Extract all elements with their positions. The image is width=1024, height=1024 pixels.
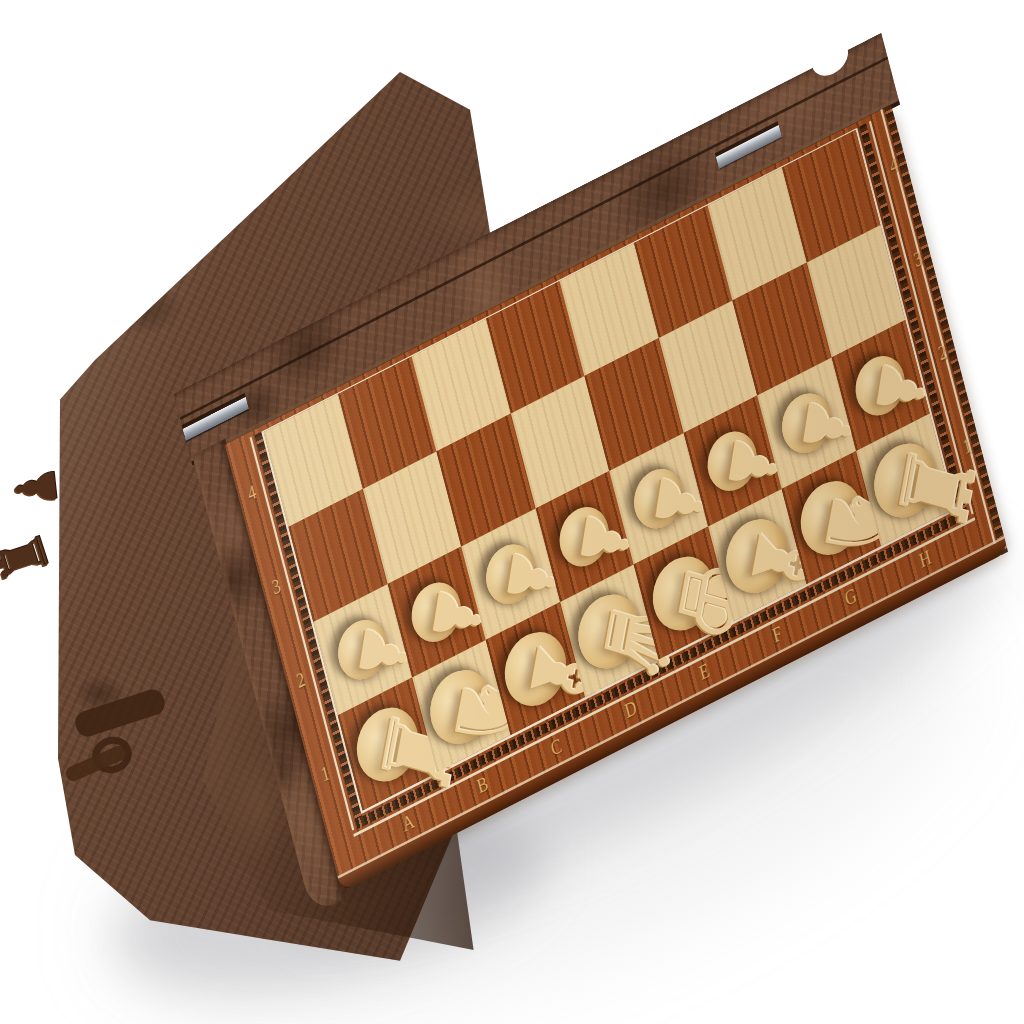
hinge bbox=[183, 397, 249, 441]
file-label-d: D bbox=[623, 697, 639, 722]
rank-label-4: 4 bbox=[245, 481, 257, 504]
rank-label-3: 3 bbox=[270, 575, 282, 598]
rank-label-1: 1 bbox=[319, 762, 331, 785]
rank-label-2: 2 bbox=[936, 341, 948, 364]
rank-label-2: 2 bbox=[294, 668, 306, 691]
hinge bbox=[716, 125, 782, 169]
piece-black-pawn: ♟ bbox=[2, 464, 70, 512]
file-label-g: G bbox=[843, 584, 859, 609]
file-label-b: B bbox=[475, 772, 490, 797]
piece-black-rook: ♜ bbox=[0, 523, 66, 591]
file-label-f: F bbox=[770, 622, 783, 646]
rank-label-3: 3 bbox=[912, 247, 924, 270]
corner-notch bbox=[808, 33, 851, 82]
file-label-h: H bbox=[917, 546, 933, 571]
file-label-a: A bbox=[400, 810, 416, 835]
product-photo-scene: ♟♜ 4321 4321 ABCDEFGH ♟♟♟♟♟♟♟♟♜♞♝♛♚♝♞♜ bbox=[0, 0, 1024, 1024]
file-label-e: E bbox=[697, 659, 711, 683]
rank-label-4: 4 bbox=[887, 154, 899, 177]
file-label-c: C bbox=[549, 735, 564, 760]
